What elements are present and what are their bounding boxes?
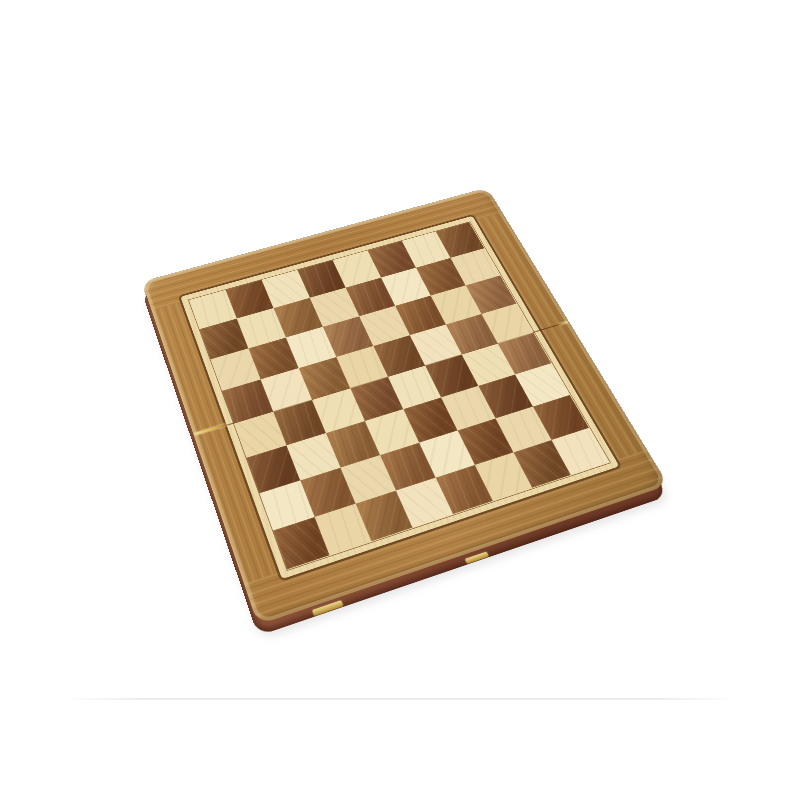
background-divider-line bbox=[62, 698, 738, 700]
fold-hinge-right bbox=[558, 321, 568, 325]
chess-board bbox=[142, 188, 668, 625]
product-photo bbox=[0, 0, 800, 800]
fold-hinge-left bbox=[194, 423, 228, 435]
